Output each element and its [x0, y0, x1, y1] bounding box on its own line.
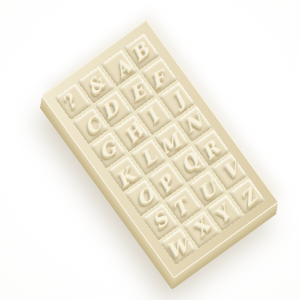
- letter-grid: ??&&AABBCCDDEEFFGGHHIIJJKKLLMMNNOOPPQQRR…: [55, 33, 265, 264]
- wooden-tray: ??&&AABBCCDDEEFFGGHHIIJJKKLLMMNNOOPPQQRR…: [41, 19, 279, 278]
- product-photo: ??&&AABBCCDDEEFFGGHHIIJJKKLLMMNNOOPPQQRR…: [0, 0, 300, 300]
